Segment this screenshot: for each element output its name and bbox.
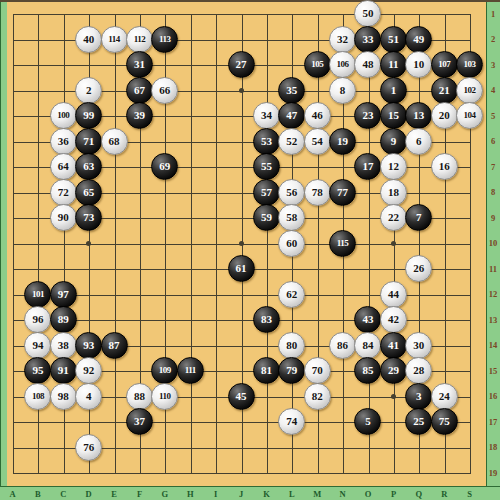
stone-71-black: 71: [75, 128, 102, 155]
column-label-A: A: [9, 489, 15, 499]
stone-114-white: 114: [101, 26, 128, 53]
stone-50-white: 50: [354, 0, 381, 27]
move-number: 78: [312, 187, 323, 198]
stone-49-black: 49: [405, 26, 432, 53]
move-number: 51: [388, 34, 399, 45]
move-number: 103: [464, 60, 476, 69]
stone-76-white: 76: [75, 434, 102, 461]
stone-94-white: 94: [24, 332, 51, 359]
move-number: 47: [286, 110, 297, 121]
column-label-K: K: [263, 489, 270, 499]
move-number: 63: [83, 161, 94, 172]
move-number: 75: [439, 416, 450, 427]
column-label-L: L: [289, 489, 295, 499]
move-number: 108: [32, 392, 44, 401]
move-number: 40: [83, 34, 94, 45]
move-number: 89: [58, 314, 69, 325]
stone-98-white: 98: [50, 383, 77, 410]
move-number: 104: [464, 111, 476, 120]
stone-82-white: 82: [304, 383, 331, 410]
column-label-J: J: [239, 489, 243, 499]
stone-100-white: 100: [50, 102, 77, 129]
column-label-F: F: [137, 489, 142, 499]
stone-67-black: 67: [126, 77, 153, 104]
stone-61-black: 61: [228, 255, 255, 282]
row-label-17: 17: [489, 417, 498, 427]
row-label-18: 18: [489, 442, 498, 452]
stone-111-black: 111: [177, 357, 204, 384]
stone-85-black: 85: [354, 357, 381, 384]
move-number: 100: [57, 111, 69, 120]
move-number: 9: [391, 136, 397, 147]
stone-43-black: 43: [354, 306, 381, 333]
stone-112-white: 112: [126, 26, 153, 53]
move-number: 23: [362, 110, 373, 121]
stone-16-white: 16: [431, 153, 458, 180]
move-number: 44: [388, 289, 399, 300]
move-number: 68: [109, 136, 120, 147]
move-number: 79: [286, 365, 297, 376]
stone-63-black: 63: [75, 153, 102, 180]
move-number: 81: [261, 365, 272, 376]
row-label-19: 19: [489, 468, 498, 478]
column-label-G: G: [162, 489, 169, 499]
stone-46-white: 46: [304, 102, 331, 129]
row-label-15: 15: [489, 366, 498, 376]
move-number: 18: [388, 187, 399, 198]
row-label-10: 10: [489, 238, 498, 248]
left-frame-strip: [0, 0, 7, 500]
stone-75-black: 75: [431, 408, 458, 435]
move-number: 45: [236, 391, 247, 402]
stone-13-black: 13: [405, 102, 432, 129]
stone-74-white: 74: [278, 408, 305, 435]
stone-97-black: 97: [50, 281, 77, 308]
move-number: 65: [83, 187, 94, 198]
move-number: 22: [388, 212, 399, 223]
column-label-N: N: [340, 489, 346, 499]
stone-115-black: 115: [329, 230, 356, 257]
move-number: 10: [413, 59, 424, 70]
stone-53-black: 53: [253, 128, 280, 155]
top-edge-line: [0, 0, 500, 2]
move-number: 83: [261, 314, 272, 325]
stone-2-white: 2: [75, 77, 102, 104]
move-number: 114: [108, 35, 120, 44]
column-label-E: E: [111, 489, 117, 499]
row-label-13: 13: [489, 315, 498, 325]
move-number: 105: [311, 60, 323, 69]
row-label-7: 7: [491, 162, 495, 172]
move-number: 17: [362, 161, 373, 172]
move-number: 82: [312, 391, 323, 402]
stone-30-white: 30: [405, 332, 432, 359]
move-number: 112: [134, 35, 146, 44]
column-label-C: C: [60, 489, 66, 499]
move-number: 57: [261, 187, 272, 198]
move-number: 95: [32, 365, 43, 376]
move-number: 102: [464, 86, 476, 95]
stone-72-white: 72: [50, 179, 77, 206]
stone-86-white: 86: [329, 332, 356, 359]
stone-12-white: 12: [380, 153, 407, 180]
move-number: 92: [83, 365, 94, 376]
stone-6-white: 6: [405, 128, 432, 155]
go-board[interactable]: 5040114112113323351493127105106481110107…: [0, 0, 500, 500]
column-label-M: M: [313, 489, 321, 499]
stone-26-white: 26: [405, 255, 432, 282]
move-number: 107: [438, 60, 450, 69]
column-label-H: H: [187, 489, 194, 499]
stone-42-white: 42: [380, 306, 407, 333]
stone-4-white: 4: [75, 383, 102, 410]
stone-15-black: 15: [380, 102, 407, 129]
move-number: 34: [261, 110, 272, 121]
move-number: 84: [362, 340, 373, 351]
stone-68-white: 68: [101, 128, 128, 155]
stones-layer: 5040114112113323351493127105106481110107…: [0, 1, 482, 486]
move-number: 31: [134, 59, 145, 70]
move-number: 7: [416, 212, 422, 223]
stone-27-black: 27: [228, 51, 255, 78]
stone-66-white: 66: [151, 77, 178, 104]
move-number: 91: [58, 365, 69, 376]
stone-41-black: 41: [380, 332, 407, 359]
column-label-D: D: [86, 489, 92, 499]
move-number: 60: [286, 238, 297, 249]
stone-23-black: 23: [354, 102, 381, 129]
move-number: 106: [337, 60, 349, 69]
row-label-9: 9: [491, 213, 495, 223]
move-number: 8: [340, 85, 346, 96]
stone-60-white: 60: [278, 230, 305, 257]
move-number: 43: [362, 314, 373, 325]
stone-87-black: 87: [101, 332, 128, 359]
stone-83-black: 83: [253, 306, 280, 333]
stone-104-white: 104: [456, 102, 483, 129]
stone-55-black: 55: [253, 153, 280, 180]
move-number: 97: [58, 289, 69, 300]
move-number: 54: [312, 136, 323, 147]
stone-44-white: 44: [380, 281, 407, 308]
stone-62-white: 62: [278, 281, 305, 308]
stone-33-black: 33: [354, 26, 381, 53]
move-number: 37: [134, 416, 145, 427]
stone-108-white: 108: [24, 383, 51, 410]
move-number: 110: [159, 392, 171, 401]
stone-88-white: 88: [126, 383, 153, 410]
stone-96-white: 96: [24, 306, 51, 333]
move-number: 6: [416, 136, 422, 147]
move-number: 50: [362, 8, 373, 19]
move-number: 64: [58, 161, 69, 172]
stone-51-black: 51: [380, 26, 407, 53]
move-number: 88: [134, 391, 145, 402]
stone-105-black: 105: [304, 51, 331, 78]
move-number: 96: [32, 314, 43, 325]
stone-39-black: 39: [126, 102, 153, 129]
column-label-Q: Q: [416, 489, 423, 499]
stone-78-white: 78: [304, 179, 331, 206]
move-number: 70: [312, 365, 323, 376]
stone-109-black: 109: [151, 357, 178, 384]
stone-17-black: 17: [354, 153, 381, 180]
move-number: 61: [236, 263, 247, 274]
move-number: 77: [337, 187, 348, 198]
move-number: 12: [388, 161, 399, 172]
stone-65-black: 65: [75, 179, 102, 206]
row-label-3: 3: [491, 60, 495, 70]
stone-80-white: 80: [278, 332, 305, 359]
stone-18-white: 18: [380, 179, 407, 206]
move-number: 113: [159, 35, 171, 44]
stone-102-white: 102: [456, 77, 483, 104]
stone-110-white: 110: [151, 383, 178, 410]
row-label-11: 11: [489, 264, 497, 274]
move-number: 73: [83, 212, 94, 223]
move-number: 86: [337, 340, 348, 351]
stone-36-white: 36: [50, 128, 77, 155]
stone-69-black: 69: [151, 153, 178, 180]
move-number: 62: [286, 289, 297, 300]
stone-52-white: 52: [278, 128, 305, 155]
row-label-2: 2: [491, 34, 495, 44]
move-number: 42: [388, 314, 399, 325]
stone-38-white: 38: [50, 332, 77, 359]
stone-35-black: 35: [278, 77, 305, 104]
stone-22-white: 22: [380, 204, 407, 231]
move-number: 99: [83, 110, 94, 121]
stone-9-black: 9: [380, 128, 407, 155]
move-number: 90: [58, 212, 69, 223]
stone-24-white: 24: [431, 383, 458, 410]
stone-29-black: 29: [380, 357, 407, 384]
stone-70-white: 70: [304, 357, 331, 384]
move-number: 71: [83, 136, 94, 147]
stone-84-white: 84: [354, 332, 381, 359]
stone-64-white: 64: [50, 153, 77, 180]
stone-81-black: 81: [253, 357, 280, 384]
move-number: 21: [439, 85, 450, 96]
stone-3-black: 3: [405, 383, 432, 410]
stone-77-black: 77: [329, 179, 356, 206]
stone-47-black: 47: [278, 102, 305, 129]
move-number: 115: [337, 239, 349, 248]
move-number: 58: [286, 212, 297, 223]
move-number: 59: [261, 212, 272, 223]
move-number: 36: [58, 136, 69, 147]
move-number: 1: [391, 85, 397, 96]
row-label-8: 8: [491, 187, 495, 197]
stone-7-black: 7: [405, 204, 432, 231]
stone-93-black: 93: [75, 332, 102, 359]
stone-91-black: 91: [50, 357, 77, 384]
move-number: 46: [312, 110, 323, 121]
stone-10-white: 10: [405, 51, 432, 78]
stone-25-black: 25: [405, 408, 432, 435]
column-label-R: R: [441, 489, 447, 499]
stone-58-white: 58: [278, 204, 305, 231]
stone-103-black: 103: [456, 51, 483, 78]
move-number: 74: [286, 416, 297, 427]
row-label-1: 1: [491, 9, 495, 19]
move-number: 67: [134, 85, 145, 96]
stone-11-black: 11: [380, 51, 407, 78]
stone-92-white: 92: [75, 357, 102, 384]
move-number: 27: [236, 59, 247, 70]
stone-107-black: 107: [431, 51, 458, 78]
move-number: 55: [261, 161, 272, 172]
stone-48-white: 48: [354, 51, 381, 78]
stone-59-black: 59: [253, 204, 280, 231]
row-label-6: 6: [491, 136, 495, 146]
move-number: 69: [159, 161, 170, 172]
stone-8-white: 8: [329, 77, 356, 104]
move-number: 3: [416, 391, 422, 402]
move-number: 11: [388, 59, 398, 70]
stone-89-black: 89: [50, 306, 77, 333]
row-label-5: 5: [491, 111, 495, 121]
move-number: 4: [86, 391, 92, 402]
move-number: 5: [365, 416, 371, 427]
move-number: 16: [439, 161, 450, 172]
move-number: 52: [286, 136, 297, 147]
stone-28-white: 28: [405, 357, 432, 384]
stone-34-white: 34: [253, 102, 280, 129]
move-number: 101: [32, 290, 44, 299]
stone-57-black: 57: [253, 179, 280, 206]
stone-54-white: 54: [304, 128, 331, 155]
stone-113-black: 113: [151, 26, 178, 53]
stone-56-white: 56: [278, 179, 305, 206]
move-number: 41: [388, 340, 399, 351]
row-label-16: 16: [489, 391, 498, 401]
column-label-B: B: [35, 489, 41, 499]
move-number: 111: [185, 366, 196, 375]
stone-106-white: 106: [329, 51, 356, 78]
move-number: 29: [388, 365, 399, 376]
move-number: 20: [439, 110, 450, 121]
move-number: 19: [337, 136, 348, 147]
column-label-S: S: [467, 489, 472, 499]
stone-95-black: 95: [24, 357, 51, 384]
move-number: 93: [83, 340, 94, 351]
stone-99-black: 99: [75, 102, 102, 129]
move-number: 13: [413, 110, 424, 121]
move-number: 30: [413, 340, 424, 351]
bottom-coordinate-strip: ABCDEFGHIJKLMNOPQRS: [0, 486, 500, 500]
move-number: 39: [134, 110, 145, 121]
stone-19-black: 19: [329, 128, 356, 155]
move-number: 2: [86, 85, 92, 96]
move-number: 109: [159, 366, 171, 375]
stone-5-black: 5: [354, 408, 381, 435]
stone-21-black: 21: [431, 77, 458, 104]
move-number: 38: [58, 340, 69, 351]
move-number: 80: [286, 340, 297, 351]
move-number: 49: [413, 34, 424, 45]
move-number: 56: [286, 187, 297, 198]
move-number: 76: [83, 442, 94, 453]
move-number: 24: [439, 391, 450, 402]
move-number: 33: [362, 34, 373, 45]
move-number: 85: [362, 365, 373, 376]
column-label-I: I: [214, 489, 217, 499]
stone-31-black: 31: [126, 51, 153, 78]
move-number: 15: [388, 110, 399, 121]
move-number: 66: [159, 85, 170, 96]
move-number: 72: [58, 187, 69, 198]
move-number: 28: [413, 365, 424, 376]
stone-45-black: 45: [228, 383, 255, 410]
stone-79-black: 79: [278, 357, 305, 384]
move-number: 98: [58, 391, 69, 402]
move-number: 35: [286, 85, 297, 96]
stone-32-white: 32: [329, 26, 356, 53]
row-label-4: 4: [491, 85, 495, 95]
move-number: 48: [362, 59, 373, 70]
stone-73-black: 73: [75, 204, 102, 231]
move-number: 94: [32, 340, 43, 351]
stone-101-black: 101: [24, 281, 51, 308]
column-label-P: P: [391, 489, 396, 499]
move-number: 87: [109, 340, 120, 351]
column-label-O: O: [365, 489, 372, 499]
move-number: 25: [413, 416, 424, 427]
stone-37-black: 37: [126, 408, 153, 435]
row-label-14: 14: [489, 340, 498, 350]
row-label-12: 12: [489, 289, 498, 299]
move-number: 53: [261, 136, 272, 147]
move-number: 32: [337, 34, 348, 45]
stone-1-black: 1: [380, 77, 407, 104]
move-number: 26: [413, 263, 424, 274]
stone-90-white: 90: [50, 204, 77, 231]
stone-40-white: 40: [75, 26, 102, 53]
stone-20-white: 20: [431, 102, 458, 129]
